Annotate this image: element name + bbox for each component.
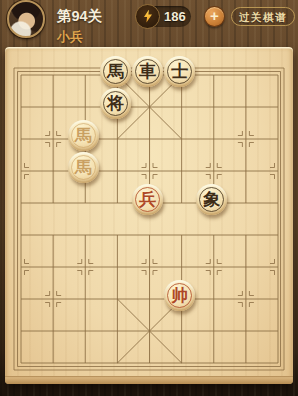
player-avatar[interactable]: [7, 0, 45, 38]
xiangqi-board[interactable]: [5, 47, 293, 384]
piece-車-black[interactable]: 車: [132, 56, 163, 87]
piece-馬-black[interactable]: 馬: [100, 56, 131, 87]
game-screen: 第94关 小兵 186 + 过关棋谱 馬車士将馬馬兵象帅: [0, 0, 298, 396]
piece-帅-red[interactable]: 帅: [164, 280, 195, 311]
piece-象-black[interactable]: 象: [196, 184, 227, 215]
piece-将-black[interactable]: 将: [100, 88, 131, 119]
add-energy-button[interactable]: +: [204, 6, 225, 27]
record-button[interactable]: 过关棋谱: [231, 7, 295, 26]
piece-兵-red[interactable]: 兵: [132, 184, 163, 215]
energy-badge: [135, 4, 160, 29]
piece-士-black[interactable]: 士: [164, 56, 195, 87]
energy-value: 186: [164, 9, 186, 24]
level-name: 小兵: [57, 28, 83, 46]
lightning-icon: [144, 10, 152, 23]
piece-馬-red[interactable]: 馬: [68, 120, 99, 151]
piece-馬-red[interactable]: 馬: [68, 152, 99, 183]
level-label: 第94关: [57, 7, 102, 26]
board-bottom-bevel: [5, 376, 293, 384]
top-bar: 第94关 小兵 186 + 过关棋谱: [0, 0, 298, 48]
